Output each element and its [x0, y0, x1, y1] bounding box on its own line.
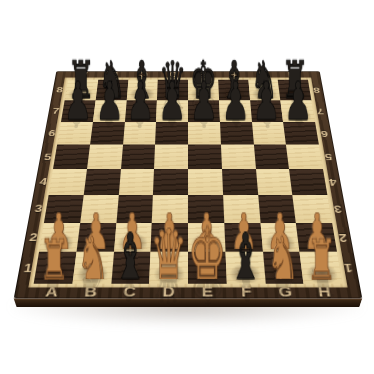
- square-f1[interactable]: ♝♝: [225, 252, 265, 284]
- square-g5[interactable]: [253, 145, 289, 169]
- square-h1[interactable]: ♜♜: [300, 252, 343, 284]
- square-d5[interactable]: [154, 145, 188, 169]
- rank-label-right-7: 7: [311, 100, 329, 122]
- square-h5[interactable]: [286, 145, 323, 169]
- square-b4[interactable]: [83, 169, 120, 195]
- square-d1[interactable]: ♛♛: [149, 252, 188, 284]
- square-g7[interactable]: ♟♟: [250, 100, 284, 122]
- square-h4[interactable]: [289, 169, 327, 195]
- square-b7[interactable]: ♟♟: [93, 100, 127, 122]
- square-a5[interactable]: [53, 145, 90, 169]
- square-a7[interactable]: ♟♟: [61, 100, 95, 122]
- square-e1[interactable]: ♚♚: [188, 252, 227, 284]
- square-c4[interactable]: [118, 169, 154, 195]
- rank-label-right-5: 5: [319, 145, 338, 169]
- square-b5[interactable]: [87, 145, 123, 169]
- square-e5[interactable]: [188, 145, 222, 169]
- square-d4[interactable]: [153, 169, 188, 195]
- square-g4[interactable]: [256, 169, 293, 195]
- board-surface: ABCDEFGH ABCDEFGH 87654321 87654321 ♜♜♞♞…: [14, 71, 363, 298]
- square-a1[interactable]: ♜♜: [34, 252, 77, 284]
- square-f4[interactable]: [222, 169, 258, 195]
- square-e4[interactable]: [188, 169, 223, 195]
- board-inner-frame: ♜♜♞♞♝♝♛♛♚♚♝♝♞♞♜♜♟♟♟♟♟♟♟♟♟♟♟♟♟♟♟♟♟♟♟♟♟♟♟♟…: [28, 78, 347, 288]
- square-a4[interactable]: [49, 169, 87, 195]
- square-f7[interactable]: ♟♟: [219, 100, 252, 122]
- chess-board: ABCDEFGH ABCDEFGH 87654321 87654321 ♜♜♞♞…: [14, 71, 363, 298]
- square-b1[interactable]: ♞♞: [72, 252, 113, 284]
- rank-label-right-8: 8: [308, 80, 325, 100]
- rank-label-right-6: 6: [315, 122, 333, 145]
- square-c5[interactable]: [121, 145, 156, 169]
- square-g1[interactable]: ♞♞: [263, 252, 304, 284]
- square-h7[interactable]: ♟♟: [281, 100, 315, 122]
- square-c1[interactable]: ♝♝: [111, 252, 151, 284]
- chessboard-photo: ABCDEFGH ABCDEFGH 87654321 87654321 ♜♜♞♞…: [0, 0, 374, 374]
- square-f5[interactable]: [221, 145, 256, 169]
- square-c7[interactable]: ♟♟: [124, 100, 157, 122]
- playing-field: ♜♜♞♞♝♝♛♛♚♚♝♝♞♞♜♜♟♟♟♟♟♟♟♟♟♟♟♟♟♟♟♟♟♟♟♟♟♟♟♟…: [34, 80, 343, 284]
